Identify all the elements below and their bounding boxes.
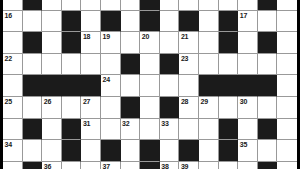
white-cell[interactable]: 34 (3, 140, 23, 162)
white-cell[interactable]: 33 (160, 119, 180, 141)
white-cell[interactable] (179, 0, 199, 11)
white-cell[interactable] (3, 119, 23, 141)
black-cell (23, 32, 43, 54)
white-cell[interactable] (277, 0, 297, 11)
white-cell[interactable]: 20 (140, 32, 160, 54)
white-cell[interactable]: 35 (238, 140, 258, 162)
white-cell[interactable]: 26 (42, 97, 62, 119)
clue-number: 36 (44, 162, 51, 169)
black-cell (160, 97, 180, 119)
black-cell (258, 75, 278, 97)
white-cell[interactable] (277, 140, 297, 162)
black-cell (219, 32, 239, 54)
black-cell (42, 75, 62, 97)
white-cell[interactable]: 32 (121, 119, 141, 141)
clue-number: 20 (142, 32, 149, 41)
black-cell (62, 11, 82, 33)
black-cell (219, 75, 239, 97)
white-cell[interactable] (101, 54, 121, 76)
white-cell[interactable]: 39 (179, 162, 199, 169)
white-cell[interactable] (23, 97, 43, 119)
clue-number: 30 (240, 97, 247, 106)
white-cell[interactable] (81, 0, 101, 11)
white-cell[interactable]: 36 (42, 162, 62, 169)
white-cell[interactable] (199, 32, 219, 54)
white-cell[interactable] (81, 162, 101, 169)
white-cell[interactable] (81, 140, 101, 162)
white-cell[interactable]: 28 (179, 97, 199, 119)
white-cell[interactable] (62, 54, 82, 76)
black-cell (23, 75, 43, 97)
black-cell (140, 0, 160, 11)
white-cell[interactable] (219, 0, 239, 11)
white-cell[interactable] (121, 0, 141, 11)
white-cell[interactable] (23, 54, 43, 76)
white-cell[interactable] (3, 0, 23, 11)
white-cell[interactable]: 21 (179, 32, 199, 54)
white-cell[interactable] (121, 140, 141, 162)
white-cell[interactable] (121, 32, 141, 54)
white-cell[interactable]: 22 (3, 54, 23, 76)
white-cell[interactable] (101, 0, 121, 11)
black-cell (81, 75, 101, 97)
clue-number: 38 (161, 162, 168, 169)
clue-number: 25 (5, 97, 12, 106)
white-cell[interactable] (140, 75, 160, 97)
white-cell[interactable] (42, 32, 62, 54)
black-cell (219, 140, 239, 162)
white-cell[interactable] (3, 162, 23, 169)
white-cell[interactable] (160, 32, 180, 54)
white-cell[interactable] (238, 0, 258, 11)
white-cell[interactable] (101, 119, 121, 141)
white-cell[interactable]: 30 (238, 97, 258, 119)
white-cell[interactable] (238, 162, 258, 169)
white-cell[interactable] (81, 11, 101, 33)
crossword-grid: 1617181920212223242526272829303132333435… (0, 0, 300, 169)
black-cell (179, 140, 199, 162)
crossword-board: 1617181920212223242526272829303132333435… (0, 0, 300, 169)
white-cell[interactable]: 27 (81, 97, 101, 119)
black-cell (23, 119, 43, 141)
white-cell[interactable] (160, 0, 180, 11)
white-cell[interactable] (140, 54, 160, 76)
white-cell[interactable] (160, 75, 180, 97)
white-cell[interactable] (3, 75, 23, 97)
white-cell[interactable] (199, 54, 219, 76)
white-cell[interactable]: 25 (3, 97, 23, 119)
white-cell[interactable] (160, 11, 180, 33)
black-cell (121, 97, 141, 119)
white-cell[interactable] (140, 119, 160, 141)
clue-number: 27 (83, 97, 90, 106)
black-cell (199, 75, 219, 97)
white-cell[interactable] (238, 54, 258, 76)
white-cell[interactable] (277, 162, 297, 169)
white-cell[interactable] (277, 32, 297, 54)
white-cell[interactable] (140, 97, 160, 119)
white-cell[interactable] (179, 75, 199, 97)
clue-number: 31 (83, 119, 90, 128)
black-cell (258, 119, 278, 141)
white-cell[interactable]: 17 (238, 11, 258, 33)
black-cell (160, 54, 180, 76)
white-cell[interactable] (199, 162, 219, 169)
black-cell (101, 11, 121, 33)
black-cell (62, 32, 82, 54)
white-cell[interactable] (199, 119, 219, 141)
white-cell[interactable] (23, 11, 43, 33)
white-cell[interactable] (121, 162, 141, 169)
white-cell[interactable]: 24 (101, 75, 121, 97)
white-cell[interactable] (62, 0, 82, 11)
white-cell[interactable] (121, 11, 141, 33)
clue-number: 21 (181, 32, 188, 41)
white-cell[interactable] (42, 119, 62, 141)
white-cell[interactable] (258, 97, 278, 119)
white-cell[interactable]: 19 (101, 32, 121, 54)
black-cell (62, 75, 82, 97)
black-cell (258, 162, 278, 169)
black-cell (140, 11, 160, 33)
white-cell[interactable] (62, 97, 82, 119)
white-cell[interactable] (277, 75, 297, 97)
white-cell[interactable] (121, 75, 141, 97)
white-cell[interactable]: 38 (160, 162, 180, 169)
white-cell[interactable] (277, 54, 297, 76)
white-cell[interactable] (199, 140, 219, 162)
clue-number: 24 (103, 75, 110, 84)
white-cell[interactable]: 23 (179, 54, 199, 76)
white-cell[interactable] (160, 140, 180, 162)
white-cell[interactable] (23, 140, 43, 162)
white-cell[interactable]: 18 (81, 32, 101, 54)
white-cell[interactable] (179, 119, 199, 141)
clue-number: 34 (5, 140, 12, 149)
clue-number: 33 (161, 119, 168, 128)
clue-number: 29 (201, 97, 208, 106)
clue-number: 19 (103, 32, 110, 41)
white-cell[interactable] (42, 54, 62, 76)
white-cell[interactable] (81, 54, 101, 76)
white-cell[interactable] (3, 32, 23, 54)
white-cell[interactable]: 29 (199, 97, 219, 119)
white-cell[interactable] (238, 119, 258, 141)
white-cell[interactable]: 31 (81, 119, 101, 141)
clue-number: 23 (181, 54, 188, 63)
black-cell (258, 32, 278, 54)
white-cell[interactable] (101, 97, 121, 119)
black-cell (258, 0, 278, 11)
clue-number: 26 (44, 97, 51, 106)
clue-number: 17 (240, 11, 247, 20)
white-cell[interactable] (258, 11, 278, 33)
white-cell[interactable]: 16 (3, 11, 23, 33)
clue-number: 37 (103, 162, 110, 169)
black-cell (121, 54, 141, 76)
clue-number: 39 (181, 162, 188, 169)
white-cell[interactable] (219, 162, 239, 169)
black-cell (101, 140, 121, 162)
black-cell (23, 162, 43, 169)
black-cell (62, 140, 82, 162)
white-cell[interactable] (277, 11, 297, 33)
clue-number: 28 (181, 97, 188, 106)
clue-number: 35 (240, 140, 247, 149)
white-cell[interactable] (258, 54, 278, 76)
black-cell (140, 140, 160, 162)
white-cell[interactable] (42, 0, 62, 11)
black-cell (219, 119, 239, 141)
white-cell[interactable] (219, 54, 239, 76)
clue-number: 22 (5, 54, 12, 63)
white-cell[interactable] (42, 11, 62, 33)
clue-number: 16 (5, 11, 12, 20)
white-cell[interactable] (42, 140, 62, 162)
white-cell[interactable] (62, 162, 82, 169)
black-cell (179, 11, 199, 33)
white-cell[interactable] (277, 97, 297, 119)
white-cell[interactable] (238, 32, 258, 54)
white-cell[interactable] (199, 0, 219, 11)
white-cell[interactable] (258, 140, 278, 162)
clue-number: 32 (122, 119, 129, 128)
black-cell (23, 0, 43, 11)
clue-number: 18 (83, 32, 90, 41)
black-cell (219, 11, 239, 33)
black-cell (238, 75, 258, 97)
white-cell[interactable]: 37 (101, 162, 121, 169)
white-cell[interactable] (199, 11, 219, 33)
white-cell[interactable] (219, 97, 239, 119)
black-cell (62, 119, 82, 141)
black-cell (140, 162, 160, 169)
white-cell[interactable] (277, 119, 297, 141)
